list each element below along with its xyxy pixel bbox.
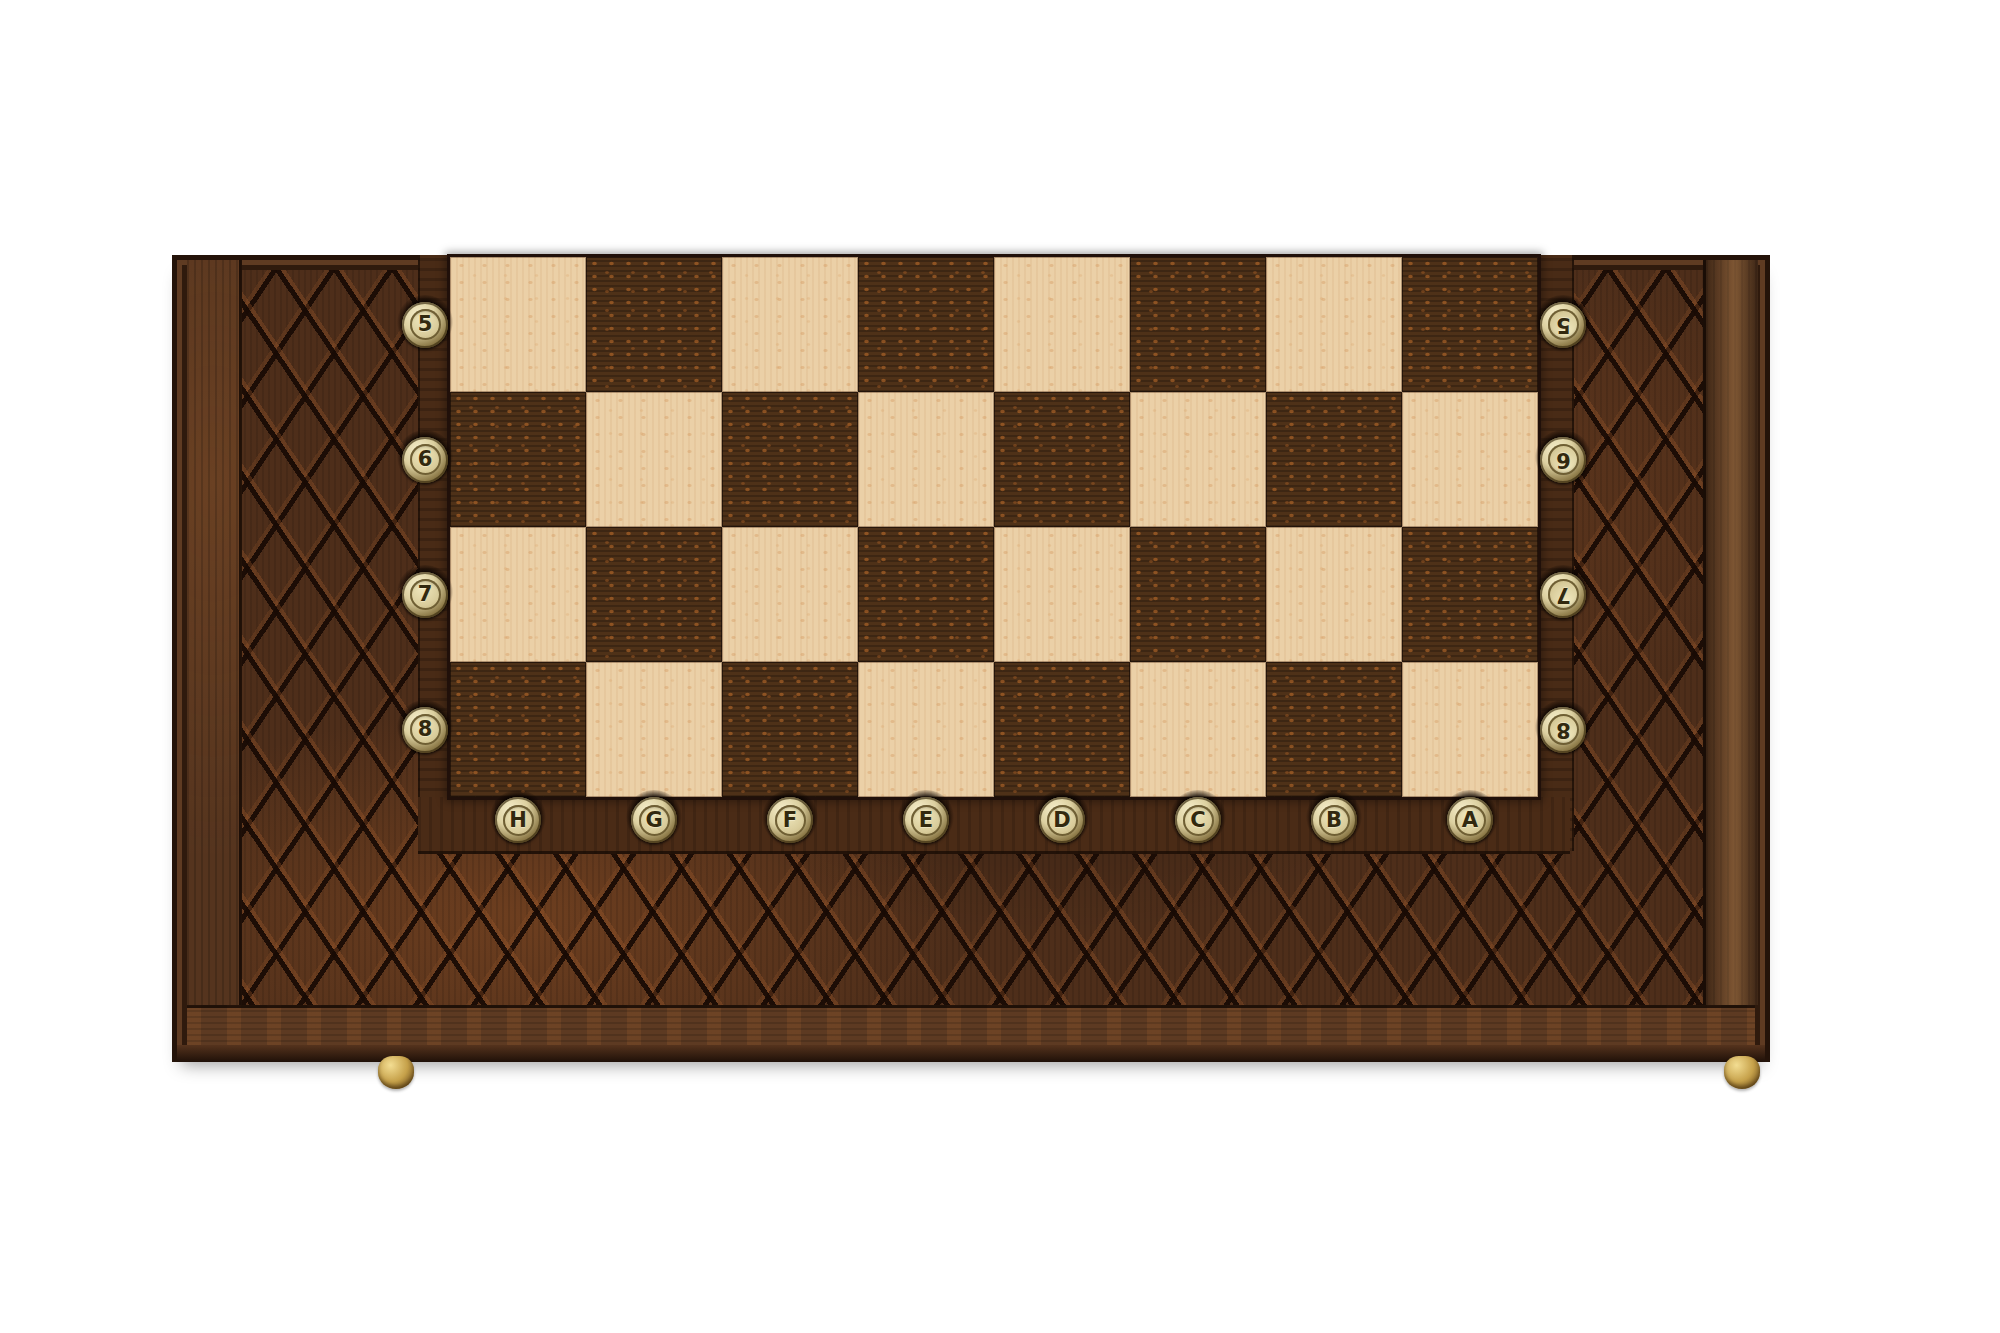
square-a5 bbox=[1402, 257, 1538, 392]
file-disc-f: F bbox=[767, 797, 813, 843]
square-h7 bbox=[450, 527, 586, 662]
bottom-bevel-band bbox=[187, 1005, 1755, 1048]
square-c8 bbox=[1130, 662, 1266, 797]
file-disc-c-label: C bbox=[1183, 805, 1214, 836]
rank-disc-left-8-label: 8 bbox=[410, 714, 441, 745]
square-e8 bbox=[858, 662, 994, 797]
rank-disc-right-5-label: 5 bbox=[1548, 309, 1579, 340]
square-c6 bbox=[1130, 392, 1266, 527]
left-brass-foot bbox=[378, 1056, 414, 1089]
file-disc-g-label: G bbox=[639, 805, 670, 836]
rank-disc-right-8: 8 bbox=[1540, 707, 1586, 753]
square-h8 bbox=[450, 662, 586, 797]
square-e5 bbox=[858, 257, 994, 392]
square-g6 bbox=[586, 392, 722, 527]
square-c7 bbox=[1130, 527, 1266, 662]
file-disc-h: H bbox=[495, 797, 541, 843]
rank-disc-right-7-label: 7 bbox=[1548, 579, 1579, 610]
square-a7 bbox=[1402, 527, 1538, 662]
file-disc-c: C bbox=[1175, 797, 1221, 843]
square-a8 bbox=[1402, 662, 1538, 797]
file-disc-h-label: H bbox=[503, 805, 534, 836]
file-disc-b-label: B bbox=[1319, 805, 1350, 836]
rank-disc-left-7: 7 bbox=[402, 572, 448, 618]
left-edge-strip bbox=[187, 260, 242, 1005]
square-f7 bbox=[722, 527, 858, 662]
square-g7 bbox=[586, 527, 722, 662]
rank-disc-left-5-label: 5 bbox=[410, 309, 441, 340]
square-e7 bbox=[858, 527, 994, 662]
right-brass-foot bbox=[1724, 1056, 1760, 1089]
file-disc-a-label: A bbox=[1455, 805, 1486, 836]
file-disc-a: A bbox=[1447, 797, 1493, 843]
file-disc-f-label: F bbox=[775, 805, 806, 836]
square-d8 bbox=[994, 662, 1130, 797]
rank-disc-right-5: 5 bbox=[1540, 302, 1586, 348]
rank-disc-right-7: 7 bbox=[1540, 572, 1586, 618]
square-d7 bbox=[994, 527, 1130, 662]
bottom-coordinate-rail bbox=[418, 797, 1570, 854]
square-h6 bbox=[450, 392, 586, 527]
square-b8 bbox=[1266, 662, 1402, 797]
square-b5 bbox=[1266, 257, 1402, 392]
square-g5 bbox=[586, 257, 722, 392]
square-f8 bbox=[722, 662, 858, 797]
rank-disc-left-6-label: 6 bbox=[410, 444, 441, 475]
square-b7 bbox=[1266, 527, 1402, 662]
square-c5 bbox=[1130, 257, 1266, 392]
file-disc-g: G bbox=[631, 797, 677, 843]
square-a6 bbox=[1402, 392, 1538, 527]
square-e6 bbox=[858, 392, 994, 527]
square-g8 bbox=[586, 662, 722, 797]
bottom-edge bbox=[177, 1045, 1765, 1062]
square-f5 bbox=[722, 257, 858, 392]
rank-disc-left-5: 5 bbox=[402, 302, 448, 348]
square-h5 bbox=[450, 257, 586, 392]
rank-disc-left-7-label: 7 bbox=[410, 579, 441, 610]
square-d6 bbox=[994, 392, 1130, 527]
file-disc-d: D bbox=[1039, 797, 1085, 843]
rank-disc-right-6-label: 6 bbox=[1548, 444, 1579, 475]
rank-disc-right-6: 6 bbox=[1540, 437, 1586, 483]
file-disc-e-label: E bbox=[911, 805, 942, 836]
checkerboard-field bbox=[450, 257, 1538, 797]
square-d5 bbox=[994, 257, 1130, 392]
rank-disc-left-8: 8 bbox=[402, 707, 448, 753]
file-disc-d-label: D bbox=[1047, 805, 1078, 836]
rank-disc-left-6: 6 bbox=[402, 437, 448, 483]
file-disc-b: B bbox=[1311, 797, 1357, 843]
chessboard-case: 56785678HGFEDCBA bbox=[172, 255, 1770, 1062]
product-photo-canvas: 56785678HGFEDCBA bbox=[0, 0, 2000, 1333]
square-f6 bbox=[722, 392, 858, 527]
square-b6 bbox=[1266, 392, 1402, 527]
file-disc-e: E bbox=[903, 797, 949, 843]
right-edge-strip bbox=[1703, 260, 1758, 1005]
rank-disc-right-8-label: 8 bbox=[1548, 714, 1579, 745]
